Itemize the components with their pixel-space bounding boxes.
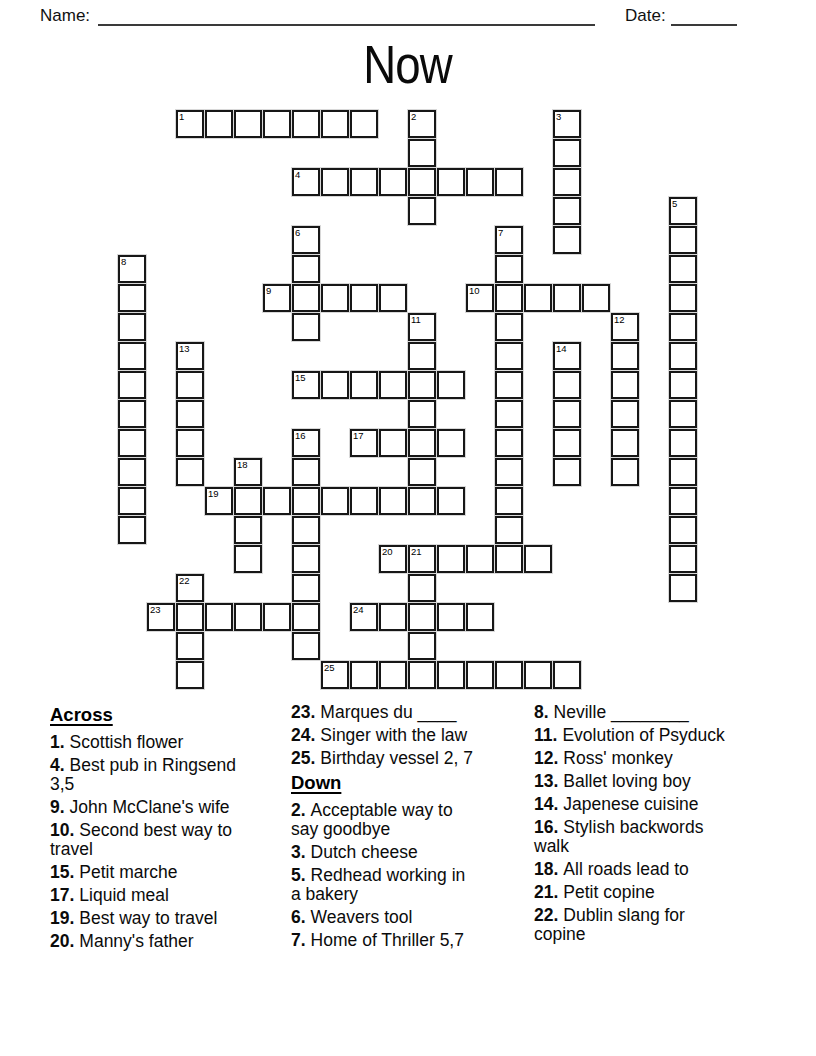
- title-wrap: Now: [0, 38, 816, 91]
- grid-cell-r14c19[interactable]: [669, 516, 697, 544]
- grid-cell-r10c0[interactable]: [118, 400, 146, 428]
- grid-cell-r9c15[interactable]: [553, 371, 581, 399]
- grid-cell-r18c6[interactable]: [292, 632, 320, 660]
- grid-cell-r9c8[interactable]: [350, 371, 378, 399]
- grid-cell-r17c12[interactable]: [466, 603, 494, 631]
- grid-number-12: 12: [614, 315, 625, 325]
- grid-cell-r15c11[interactable]: [437, 545, 465, 573]
- clue-text-21: Petit copine: [563, 882, 654, 902]
- grid-cell-r19c11[interactable]: [437, 661, 465, 689]
- clue-text-5: Redhead working in a bakery: [291, 865, 465, 904]
- clue-text-3: Dutch cheese: [311, 842, 418, 862]
- clue-number-label-10: 10.: [50, 820, 74, 840]
- grid-number-22: 22: [179, 576, 190, 586]
- clue-number-label-18: 18.: [534, 859, 558, 879]
- grid-cell-r14c13[interactable]: [495, 516, 523, 544]
- grid-cell-r18c2[interactable]: [176, 632, 204, 660]
- grid-cell-r10c15[interactable]: [553, 400, 581, 428]
- grid-cell-r19c13[interactable]: [495, 661, 523, 689]
- grid-cell-r15c14[interactable]: [524, 545, 552, 573]
- grid-cell-r11c9[interactable]: [379, 429, 407, 457]
- clue-number-label-12: 12.: [534, 748, 558, 768]
- clue-number-label-2: 2.: [291, 800, 306, 820]
- clue-text-10: Second best way to travel: [50, 820, 232, 859]
- grid-cell-r6c9[interactable]: [379, 284, 407, 312]
- grid-number-25: 25: [324, 663, 335, 673]
- clue-text-8: Neville ________: [554, 702, 689, 722]
- grid-cell-r11c2[interactable]: [176, 429, 204, 457]
- clue-column-3: 8.Neville ________11.Evolution of Psyduc…: [534, 703, 782, 948]
- grid-cell-r10c10[interactable]: [408, 400, 436, 428]
- clue-5: 5.Redhead working in a bakery: [291, 866, 532, 904]
- grid-cell-r17c6[interactable]: [292, 603, 320, 631]
- grid-cell-r12c17[interactable]: [611, 458, 639, 486]
- grid-cell-r6c6[interactable]: [292, 284, 320, 312]
- grid-cell-r2c7[interactable]: [321, 168, 349, 196]
- clue-heading-down: Down: [291, 772, 532, 794]
- grid-cell-r17c10[interactable]: [408, 603, 436, 631]
- clue-text-2: Acceptable way to say goodbye: [291, 800, 453, 839]
- clue-number-label-13: 13.: [534, 771, 558, 791]
- grid-cell-r15c4[interactable]: [234, 545, 262, 573]
- clue-column-1: Across1.Scottish flower4.Best pub in Rin…: [50, 703, 288, 955]
- grid-cell-r11c19[interactable]: [669, 429, 697, 457]
- grid-cell-r6c19[interactable]: [669, 284, 697, 312]
- grid-cell-r17c4[interactable]: [234, 603, 262, 631]
- grid-number-8: 8: [121, 257, 126, 267]
- grid-cell-r0c3[interactable]: [205, 110, 233, 138]
- clue-17: 17.Liquid meal: [50, 886, 288, 905]
- grid-cell-r16c10[interactable]: [408, 574, 436, 602]
- grid-cell-r11c13[interactable]: [495, 429, 523, 457]
- clue-number-label-21: 21.: [534, 882, 558, 902]
- clue-text-24: Singer with the law: [320, 725, 467, 745]
- grid-cell-r14c0[interactable]: [118, 516, 146, 544]
- clue-number-label-14: 14.: [534, 794, 558, 814]
- clue-text-7: Home of Thriller 5,7: [311, 930, 464, 950]
- date-blank-line: [671, 24, 737, 26]
- clue-14: 14.Japenese cuisine: [534, 795, 782, 814]
- grid-cell-r19c10[interactable]: [408, 661, 436, 689]
- grid-number-16: 16: [295, 431, 306, 441]
- grid-cell-r17c9[interactable]: [379, 603, 407, 631]
- clue-12: 12.Ross' monkey: [534, 749, 782, 768]
- grid-cell-r9c13[interactable]: [495, 371, 523, 399]
- clue-number-label-22: 22.: [534, 905, 558, 925]
- grid-number-20: 20: [382, 547, 393, 557]
- grid-number-1: 1: [179, 112, 184, 122]
- grid-number-24: 24: [353, 605, 364, 615]
- grid-cell-r8c0[interactable]: [118, 342, 146, 370]
- worksheet-page: Name: Date: Now 149101517192023242523567…: [0, 0, 816, 1056]
- grid-cell-r1c10[interactable]: [408, 139, 436, 167]
- clue-8: 8.Neville ________: [534, 703, 782, 722]
- grid-cell-r6c14[interactable]: [524, 284, 552, 312]
- grid-cell-r9c0[interactable]: [118, 371, 146, 399]
- grid-cell-r10c13[interactable]: [495, 400, 523, 428]
- clue-text-13: Ballet loving boy: [563, 771, 690, 791]
- grid-cell-r6c7[interactable]: [321, 284, 349, 312]
- clue-7: 7.Home of Thriller 5,7: [291, 931, 532, 950]
- grid-cell-r15c13[interactable]: [495, 545, 523, 573]
- grid-cell-r12c13[interactable]: [495, 458, 523, 486]
- grid-cell-r0c4[interactable]: [234, 110, 262, 138]
- grid-cell-r8c19[interactable]: [669, 342, 697, 370]
- grid-number-2: 2: [411, 112, 416, 122]
- clue-21: 21.Petit copine: [534, 883, 782, 902]
- clue-number-label-16: 16.: [534, 817, 558, 837]
- grid-cell-r17c11[interactable]: [437, 603, 465, 631]
- grid-cell-r5c19[interactable]: [669, 255, 697, 283]
- clue-10: 10.Second best way to travel: [50, 821, 288, 859]
- grid-number-9: 9: [266, 286, 271, 296]
- clue-text-19: Best way to travel: [79, 908, 217, 928]
- grid-cell-r16c6[interactable]: [292, 574, 320, 602]
- grid-cell-r9c2[interactable]: [176, 371, 204, 399]
- grid-cell-r2c15[interactable]: [553, 168, 581, 196]
- clue-text-25: Birthday vessel 2, 7: [320, 748, 473, 768]
- clue-number-label-15: 15.: [50, 862, 74, 882]
- grid-number-10: 10: [469, 286, 480, 296]
- clue-19: 19.Best way to travel: [50, 909, 288, 928]
- grid-cell-r12c19[interactable]: [669, 458, 697, 486]
- grid-cell-r7c19[interactable]: [669, 313, 697, 341]
- grid-cell-r7c6[interactable]: [292, 313, 320, 341]
- clue-number-label-9: 9.: [50, 797, 65, 817]
- grid-cell-r11c17[interactable]: [611, 429, 639, 457]
- grid-cell-r15c12[interactable]: [466, 545, 494, 573]
- grid-cell-r2c10[interactable]: [408, 168, 436, 196]
- grid-number-17: 17: [353, 431, 364, 441]
- grid-number-21: 21: [411, 547, 422, 557]
- clue-text-16: Stylish backwords walk: [534, 817, 703, 856]
- grid-cell-r11c0[interactable]: [118, 429, 146, 457]
- grid-cell-r9c10[interactable]: [408, 371, 436, 399]
- grid-number-18: 18: [237, 460, 248, 470]
- grid-cell-r10c19[interactable]: [669, 400, 697, 428]
- clue-number-label-11: 11.: [534, 725, 557, 745]
- grid-cell-r12c6[interactable]: [292, 458, 320, 486]
- clue-text-6: Weavers tool: [311, 907, 413, 927]
- clue-number-label-25: 25.: [291, 748, 315, 768]
- crossword-grid: 1491015171920232425235678111213141618212…: [118, 110, 700, 692]
- name-label: Name:: [40, 6, 90, 26]
- grid-cell-r17c2[interactable]: [176, 603, 204, 631]
- grid-cell-r14c4[interactable]: [234, 516, 262, 544]
- grid-cell-r2c11[interactable]: [437, 168, 465, 196]
- clue-24: 24.Singer with the law: [291, 726, 532, 745]
- grid-cell-r12c10[interactable]: [408, 458, 436, 486]
- grid-cell-r6c15[interactable]: [553, 284, 581, 312]
- clue-text-4: Best pub in Ringsend 3,5: [50, 755, 236, 794]
- clue-text-14: Japenese cuisine: [563, 794, 698, 814]
- grid-cell-r4c19[interactable]: [669, 226, 697, 254]
- grid-cell-r19c8[interactable]: [350, 661, 378, 689]
- grid-cell-r9c11[interactable]: [437, 371, 465, 399]
- grid-cell-r10c17[interactable]: [611, 400, 639, 428]
- grid-cell-r12c0[interactable]: [118, 458, 146, 486]
- grid-cell-r3c10[interactable]: [408, 197, 436, 225]
- grid-cell-r2c9[interactable]: [379, 168, 407, 196]
- grid-cell-r11c11[interactable]: [437, 429, 465, 457]
- grid-cell-r13c5[interactable]: [263, 487, 291, 515]
- grid-cell-r16c19[interactable]: [669, 574, 697, 602]
- grid-cell-r9c17[interactable]: [611, 371, 639, 399]
- clue-number-label-19: 19.: [50, 908, 74, 928]
- clue-text-18: All roads lead to: [563, 859, 689, 879]
- grid-cell-r6c13[interactable]: [495, 284, 523, 312]
- grid-cell-r2c13[interactable]: [495, 168, 523, 196]
- grid-cell-r9c7[interactable]: [321, 371, 349, 399]
- grid-number-13: 13: [179, 344, 190, 354]
- grid-cell-r13c0[interactable]: [118, 487, 146, 515]
- grid-cell-r2c12[interactable]: [466, 168, 494, 196]
- clue-text-12: Ross' monkey: [563, 748, 672, 768]
- grid-cell-r13c9[interactable]: [379, 487, 407, 515]
- grid-cell-r13c11[interactable]: [437, 487, 465, 515]
- grid-cell-r3c15[interactable]: [553, 197, 581, 225]
- clue-4: 4.Best pub in Ringsend 3,5: [50, 756, 288, 794]
- clue-number-label-1: 1.: [50, 732, 65, 752]
- grid-cell-r12c15[interactable]: [553, 458, 581, 486]
- grid-number-11: 11: [411, 315, 421, 325]
- grid-cell-r19c14[interactable]: [524, 661, 552, 689]
- clue-6: 6.Weavers tool: [291, 908, 532, 927]
- clue-number-label-20: 20.: [50, 931, 74, 951]
- grid-cell-r12c2[interactable]: [176, 458, 204, 486]
- grid-cell-r0c7[interactable]: [321, 110, 349, 138]
- clue-2: 2.Acceptable way to say goodbye: [291, 801, 532, 839]
- grid-cell-r11c10[interactable]: [408, 429, 436, 457]
- clue-11: 11.Evolution of Psyduck: [534, 726, 782, 745]
- grid-number-6: 6: [295, 228, 300, 238]
- grid-cell-r19c15[interactable]: [553, 661, 581, 689]
- grid-cell-r14c6[interactable]: [292, 516, 320, 544]
- grid-cell-r0c8[interactable]: [350, 110, 378, 138]
- grid-cell-r18c10[interactable]: [408, 632, 436, 660]
- grid-cell-r8c17[interactable]: [611, 342, 639, 370]
- clue-text-15: Petit marche: [79, 862, 177, 882]
- clue-number-label-17: 17.: [50, 885, 74, 905]
- clue-16: 16.Stylish backwords walk: [534, 818, 782, 856]
- clue-3: 3.Dutch cheese: [291, 843, 532, 862]
- grid-cell-r0c6[interactable]: [292, 110, 320, 138]
- clue-number-label-7: 7.: [291, 930, 306, 950]
- grid-cell-r7c0[interactable]: [118, 313, 146, 341]
- clue-number-label-6: 6.: [291, 907, 306, 927]
- clue-number-label-24: 24.: [291, 725, 315, 745]
- grid-number-5: 5: [672, 199, 677, 209]
- clue-number-label-4: 4.: [50, 755, 65, 775]
- clue-9: 9.John McClane's wife: [50, 798, 288, 817]
- grid-cell-r13c10[interactable]: [408, 487, 436, 515]
- grid-number-4: 4: [295, 170, 300, 180]
- clue-number-label-23: 23.: [291, 702, 315, 722]
- grid-cell-r9c19[interactable]: [669, 371, 697, 399]
- grid-cell-r1c15[interactable]: [553, 139, 581, 167]
- clue-number-label-8: 8.: [534, 702, 549, 722]
- grid-number-14: 14: [556, 344, 567, 354]
- grid-cell-r15c6[interactable]: [292, 545, 320, 573]
- clue-23: 23.Marques du ____: [291, 703, 532, 722]
- clue-text-23: Marques du ____: [320, 702, 456, 722]
- grid-cell-r9c9[interactable]: [379, 371, 407, 399]
- grid-cell-r19c2[interactable]: [176, 661, 204, 689]
- grid-cell-r13c6[interactable]: [292, 487, 320, 515]
- grid-cell-r5c13[interactable]: [495, 255, 523, 283]
- grid-cell-r19c12[interactable]: [466, 661, 494, 689]
- name-blank-line: [98, 24, 595, 26]
- grid-cell-r13c7[interactable]: [321, 487, 349, 515]
- grid-cell-r11c15[interactable]: [553, 429, 581, 457]
- grid-cell-r10c2[interactable]: [176, 400, 204, 428]
- clue-18: 18.All roads lead to: [534, 860, 782, 879]
- grid-cell-r7c13[interactable]: [495, 313, 523, 341]
- grid-cell-r4c15[interactable]: [553, 226, 581, 254]
- grid-cell-r19c9[interactable]: [379, 661, 407, 689]
- grid-cell-r5c6[interactable]: [292, 255, 320, 283]
- date-label: Date:: [625, 6, 666, 26]
- grid-cell-r15c19[interactable]: [669, 545, 697, 573]
- grid-cell-r6c16[interactable]: [582, 284, 610, 312]
- puzzle-title: Now: [364, 38, 453, 91]
- clue-text-1: Scottish flower: [70, 732, 184, 752]
- clue-heading-across: Across: [50, 704, 288, 726]
- grid-number-23: 23: [150, 605, 161, 615]
- clue-13: 13.Ballet loving boy: [534, 772, 782, 791]
- grid-cell-r13c19[interactable]: [669, 487, 697, 515]
- grid-cell-r8c13[interactable]: [495, 342, 523, 370]
- clue-1: 1.Scottish flower: [50, 733, 288, 752]
- clue-text-20: Manny's father: [79, 931, 193, 951]
- grid-cell-r13c4[interactable]: [234, 487, 262, 515]
- clue-25: 25.Birthday vessel 2, 7: [291, 749, 532, 768]
- grid-cell-r13c8[interactable]: [350, 487, 378, 515]
- clue-number-label-3: 3.: [291, 842, 306, 862]
- grid-number-7: 7: [498, 228, 503, 238]
- clue-20: 20.Manny's father: [50, 932, 288, 951]
- grid-cell-r13c13[interactable]: [495, 487, 523, 515]
- grid-number-3: 3: [556, 112, 561, 122]
- grid-number-19: 19: [208, 489, 219, 499]
- grid-cell-r8c10[interactable]: [408, 342, 436, 370]
- grid-cell-r2c8[interactable]: [350, 168, 378, 196]
- clue-15: 15.Petit marche: [50, 863, 288, 882]
- clue-number-label-5: 5.: [291, 865, 306, 885]
- clue-text-17: Liquid meal: [79, 885, 169, 905]
- grid-number-15: 15: [295, 373, 306, 383]
- clue-text-11: Evolution of Psyduck: [562, 725, 724, 745]
- grid-cell-r6c8[interactable]: [350, 284, 378, 312]
- grid-cell-r6c0[interactable]: [118, 284, 146, 312]
- grid-cell-r17c3[interactable]: [205, 603, 233, 631]
- clue-text-9: John McClane's wife: [70, 797, 230, 817]
- grid-cell-r17c5[interactable]: [263, 603, 291, 631]
- clue-22: 22.Dublin slang for copine: [534, 906, 782, 944]
- clue-column-2: 23.Marques du ____24.Singer with the law…: [291, 703, 532, 954]
- grid-cell-r0c5[interactable]: [263, 110, 291, 138]
